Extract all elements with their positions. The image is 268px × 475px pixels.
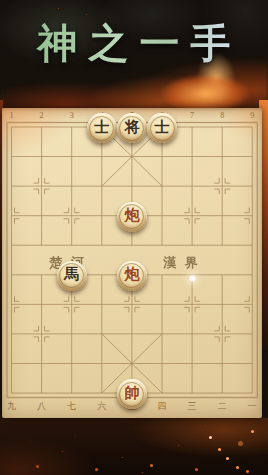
piece-glyph: 炮 bbox=[117, 259, 147, 289]
file-label-top-9: 9 bbox=[250, 111, 254, 120]
file-label-bottom-8: 二 bbox=[218, 400, 227, 413]
file-label-bottom-4: 六 bbox=[97, 400, 106, 413]
piece-black-advisor[interactable]: 士 bbox=[87, 113, 117, 143]
file-label-top-1: 1 bbox=[10, 111, 14, 120]
piece-glyph: 将 bbox=[117, 112, 147, 142]
file-label-top-8: 8 bbox=[220, 111, 224, 120]
piece-glyph: 士 bbox=[147, 112, 177, 142]
file-label-top-3: 3 bbox=[70, 111, 74, 120]
file-label-bottom-3: 七 bbox=[67, 400, 76, 413]
piece-glyph: 炮 bbox=[117, 200, 147, 230]
app-screen: 神之一手 123456789 九八七六五四三二一 楚河 漢界 士将士炮馬炮帥 bbox=[0, 0, 268, 475]
xiangqi-board[interactable]: 123456789 九八七六五四三二一 楚河 漢界 士将士炮馬炮帥 bbox=[2, 108, 262, 418]
river-label-right: 漢界 bbox=[163, 254, 207, 272]
file-label-top-7: 7 bbox=[190, 111, 194, 120]
piece-black-general[interactable]: 将 bbox=[117, 113, 147, 143]
file-label-bottom-7: 三 bbox=[188, 400, 197, 413]
piece-glyph: 士 bbox=[87, 112, 117, 142]
piece-red-general[interactable]: 帥 bbox=[117, 379, 147, 409]
ember-background bbox=[0, 418, 268, 475]
file-label-bottom-1: 九 bbox=[7, 400, 16, 413]
ember-sparks bbox=[0, 0, 1, 1]
piece-red-cannon[interactable]: 炮 bbox=[117, 261, 147, 291]
file-label-bottom-6: 四 bbox=[158, 400, 167, 413]
piece-black-advisor[interactable]: 士 bbox=[147, 113, 177, 143]
sparkle-effect bbox=[188, 274, 197, 283]
file-label-bottom-2: 八 bbox=[37, 400, 46, 413]
piece-glyph: 馬 bbox=[57, 259, 87, 289]
file-label-bottom-9: 一 bbox=[248, 400, 257, 413]
piece-glyph: 帥 bbox=[117, 378, 147, 408]
page-title: 神之一手 bbox=[0, 20, 268, 68]
piece-red-cannon[interactable]: 炮 bbox=[117, 202, 147, 232]
file-label-top-2: 2 bbox=[40, 111, 44, 120]
piece-black-horse[interactable]: 馬 bbox=[57, 261, 87, 291]
